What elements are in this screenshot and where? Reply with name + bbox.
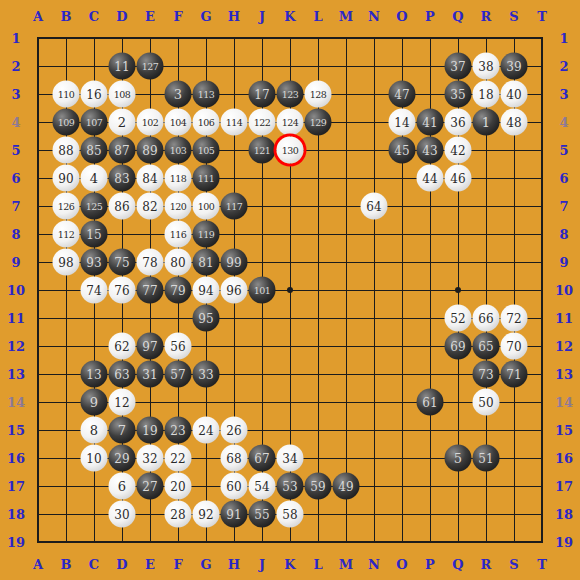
stone-E6[interactable]: 84 bbox=[137, 165, 164, 192]
stone-move-number: 72 bbox=[506, 312, 521, 324]
stone-O4[interactable]: 14 bbox=[389, 109, 416, 136]
stone-move-number: 93 bbox=[86, 256, 101, 268]
stone-D13[interactable]: 63 bbox=[109, 361, 136, 388]
stone-G15[interactable]: 24 bbox=[193, 417, 220, 444]
stone-move-number: 31 bbox=[142, 368, 157, 380]
stone-D7[interactable]: 86 bbox=[109, 193, 136, 220]
stone-C4[interactable]: 107 bbox=[81, 109, 108, 136]
stone-C13[interactable]: 13 bbox=[81, 361, 108, 388]
col-label-top-B: B bbox=[61, 9, 72, 24]
row-label-left-16: 16 bbox=[7, 451, 25, 466]
row-label-right-6: 6 bbox=[559, 171, 568, 186]
stone-G10[interactable]: 94 bbox=[193, 277, 220, 304]
stone-move-number: 95 bbox=[198, 312, 213, 324]
stone-move-number: 58 bbox=[282, 508, 297, 520]
stone-move-number: 26 bbox=[226, 424, 241, 436]
stone-R3[interactable]: 18 bbox=[473, 81, 500, 108]
stone-move-number: 126 bbox=[58, 201, 75, 211]
col-label-top-E: E bbox=[145, 9, 155, 24]
stone-move-number: 20 bbox=[170, 480, 185, 492]
stone-D10[interactable]: 76 bbox=[109, 277, 136, 304]
stone-move-number: 88 bbox=[58, 144, 73, 156]
stone-move-number: 23 bbox=[170, 424, 185, 436]
stone-move-number: 123 bbox=[282, 89, 299, 99]
stone-move-number: 7 bbox=[118, 424, 126, 437]
stone-move-number: 124 bbox=[282, 117, 299, 127]
row-label-left-15: 15 bbox=[7, 423, 25, 438]
row-label-left-19: 19 bbox=[7, 535, 25, 550]
row-label-left-18: 18 bbox=[7, 507, 25, 522]
stone-K5[interactable]: 130 bbox=[277, 137, 304, 164]
stone-move-number: 101 bbox=[254, 285, 271, 295]
stone-H15[interactable]: 26 bbox=[221, 417, 248, 444]
stone-move-number: 112 bbox=[58, 229, 75, 239]
stone-move-number: 96 bbox=[226, 284, 241, 296]
row-label-right-3: 3 bbox=[559, 87, 568, 102]
stone-F6[interactable]: 118 bbox=[165, 165, 192, 192]
stone-Q4[interactable]: 36 bbox=[445, 109, 472, 136]
stone-move-number: 86 bbox=[114, 200, 129, 212]
stone-O5[interactable]: 45 bbox=[389, 137, 416, 164]
stone-move-number: 117 bbox=[226, 201, 243, 211]
stone-E4[interactable]: 102 bbox=[137, 109, 164, 136]
stone-move-number: 66 bbox=[478, 312, 493, 324]
stone-B7[interactable]: 126 bbox=[53, 193, 80, 220]
col-label-top-J: J bbox=[259, 9, 265, 24]
stone-H9[interactable]: 99 bbox=[221, 249, 248, 276]
col-label-top-K: K bbox=[284, 9, 295, 24]
stone-F10[interactable]: 79 bbox=[165, 277, 192, 304]
stone-G8[interactable]: 119 bbox=[193, 221, 220, 248]
stone-D16[interactable]: 29 bbox=[109, 445, 136, 472]
stone-move-number: 113 bbox=[198, 89, 215, 99]
stone-move-number: 116 bbox=[170, 229, 187, 239]
col-label-bottom-J: J bbox=[259, 557, 265, 572]
stone-move-number: 67 bbox=[254, 452, 269, 464]
stone-G3[interactable]: 113 bbox=[193, 81, 220, 108]
stone-D5[interactable]: 87 bbox=[109, 137, 136, 164]
row-label-right-5: 5 bbox=[559, 143, 568, 158]
stone-B3[interactable]: 110 bbox=[53, 81, 80, 108]
stone-move-number: 4 bbox=[90, 172, 98, 185]
stone-F12[interactable]: 56 bbox=[165, 333, 192, 360]
col-label-top-L: L bbox=[313, 9, 322, 24]
stone-move-number: 40 bbox=[506, 88, 521, 100]
stone-move-number: 5 bbox=[454, 452, 462, 465]
row-label-right-19: 19 bbox=[555, 535, 573, 550]
row-label-left-17: 17 bbox=[7, 479, 25, 494]
stone-N7[interactable]: 64 bbox=[361, 193, 388, 220]
stone-move-number: 105 bbox=[198, 145, 215, 155]
row-label-right-1: 1 bbox=[559, 31, 568, 46]
grid-line-vertical bbox=[374, 37, 375, 543]
stone-S11[interactable]: 72 bbox=[501, 305, 528, 332]
stone-D9[interactable]: 75 bbox=[109, 249, 136, 276]
stone-R4[interactable]: 1 bbox=[473, 109, 500, 136]
stone-move-number: 76 bbox=[114, 284, 129, 296]
col-label-bottom-F: F bbox=[173, 557, 182, 572]
stone-K4[interactable]: 124 bbox=[277, 109, 304, 136]
stone-F15[interactable]: 23 bbox=[165, 417, 192, 444]
stone-move-number: 14 bbox=[394, 116, 409, 128]
stone-J5[interactable]: 121 bbox=[249, 137, 276, 164]
stone-move-number: 37 bbox=[450, 60, 465, 72]
stone-move-number: 45 bbox=[394, 144, 409, 156]
stone-move-number: 64 bbox=[366, 200, 381, 212]
stone-move-number: 108 bbox=[114, 89, 131, 99]
col-label-bottom-H: H bbox=[228, 557, 240, 572]
stone-P4[interactable]: 41 bbox=[417, 109, 444, 136]
stone-D18[interactable]: 30 bbox=[109, 501, 136, 528]
stone-G9[interactable]: 81 bbox=[193, 249, 220, 276]
stone-move-number: 41 bbox=[422, 116, 437, 128]
stone-move-number: 104 bbox=[170, 117, 187, 127]
stone-F4[interactable]: 104 bbox=[165, 109, 192, 136]
stone-F5[interactable]: 103 bbox=[165, 137, 192, 164]
stone-C7[interactable]: 125 bbox=[81, 193, 108, 220]
stone-move-number: 24 bbox=[198, 424, 213, 436]
stone-move-number: 99 bbox=[226, 256, 241, 268]
stone-G13[interactable]: 33 bbox=[193, 361, 220, 388]
stone-move-number: 53 bbox=[282, 480, 297, 492]
stone-move-number: 89 bbox=[142, 144, 157, 156]
row-label-right-13: 13 bbox=[555, 367, 573, 382]
stone-S3[interactable]: 40 bbox=[501, 81, 528, 108]
stone-L17[interactable]: 59 bbox=[305, 473, 332, 500]
stone-P6[interactable]: 44 bbox=[417, 165, 444, 192]
stone-R11[interactable]: 66 bbox=[473, 305, 500, 332]
col-label-bottom-K: K bbox=[284, 557, 295, 572]
stone-H7[interactable]: 117 bbox=[221, 193, 248, 220]
stone-D3[interactable]: 108 bbox=[109, 81, 136, 108]
stone-move-number: 11 bbox=[114, 60, 129, 72]
stone-C3[interactable]: 16 bbox=[81, 81, 108, 108]
stone-D17[interactable]: 6 bbox=[109, 473, 136, 500]
stone-move-number: 106 bbox=[198, 117, 215, 127]
stone-move-number: 92 bbox=[198, 508, 213, 520]
stone-move-number: 103 bbox=[170, 145, 187, 155]
stone-move-number: 35 bbox=[450, 88, 465, 100]
stone-G6[interactable]: 111 bbox=[193, 165, 220, 192]
stone-E12[interactable]: 97 bbox=[137, 333, 164, 360]
stone-move-number: 36 bbox=[450, 116, 465, 128]
stone-K18[interactable]: 58 bbox=[277, 501, 304, 528]
stone-move-number: 111 bbox=[198, 173, 215, 183]
stone-C5[interactable]: 85 bbox=[81, 137, 108, 164]
col-label-top-G: G bbox=[200, 9, 211, 24]
stone-move-number: 109 bbox=[58, 117, 75, 127]
stone-move-number: 91 bbox=[226, 508, 241, 520]
row-label-left-11: 11 bbox=[7, 311, 25, 326]
row-label-right-12: 12 bbox=[555, 339, 573, 354]
stone-J4[interactable]: 122 bbox=[249, 109, 276, 136]
stone-F18[interactable]: 28 bbox=[165, 501, 192, 528]
stone-H16[interactable]: 68 bbox=[221, 445, 248, 472]
row-label-left-1: 1 bbox=[11, 31, 20, 46]
stone-move-number: 60 bbox=[226, 480, 241, 492]
stone-C9[interactable]: 93 bbox=[81, 249, 108, 276]
col-label-bottom-S: S bbox=[509, 557, 518, 572]
row-label-left-4: 4 bbox=[11, 115, 20, 130]
stone-H4[interactable]: 114 bbox=[221, 109, 248, 136]
stone-move-number: 13 bbox=[86, 368, 101, 380]
stone-J3[interactable]: 17 bbox=[249, 81, 276, 108]
stone-move-number: 30 bbox=[114, 508, 129, 520]
col-label-bottom-R: R bbox=[481, 557, 492, 572]
col-label-top-F: F bbox=[173, 9, 182, 24]
stone-move-number: 98 bbox=[58, 256, 73, 268]
col-label-top-H: H bbox=[228, 9, 240, 24]
stone-move-number: 119 bbox=[198, 229, 215, 239]
stone-move-number: 127 bbox=[142, 61, 159, 71]
stone-B5[interactable]: 88 bbox=[53, 137, 80, 164]
stone-E13[interactable]: 31 bbox=[137, 361, 164, 388]
stone-move-number: 120 bbox=[170, 201, 187, 211]
stone-move-number: 42 bbox=[450, 144, 465, 156]
stone-J18[interactable]: 55 bbox=[249, 501, 276, 528]
stone-Q16[interactable]: 5 bbox=[445, 445, 472, 472]
stone-move-number: 10 bbox=[86, 452, 101, 464]
col-label-bottom-G: G bbox=[200, 557, 211, 572]
row-label-right-8: 8 bbox=[559, 227, 568, 242]
row-label-right-10: 10 bbox=[555, 283, 573, 298]
stone-move-number: 32 bbox=[142, 452, 157, 464]
row-label-left-12: 12 bbox=[7, 339, 25, 354]
stone-move-number: 54 bbox=[254, 480, 269, 492]
grid-line-vertical bbox=[541, 37, 543, 543]
row-label-right-11: 11 bbox=[555, 311, 573, 326]
stone-F16[interactable]: 22 bbox=[165, 445, 192, 472]
col-label-top-R: R bbox=[481, 9, 492, 24]
stone-L4[interactable]: 129 bbox=[305, 109, 332, 136]
stone-move-number: 8 bbox=[90, 424, 98, 437]
stone-S4[interactable]: 48 bbox=[501, 109, 528, 136]
stone-S13[interactable]: 71 bbox=[501, 361, 528, 388]
stone-move-number: 87 bbox=[114, 144, 129, 156]
stone-D4[interactable]: 2 bbox=[109, 109, 136, 136]
stone-move-number: 17 bbox=[254, 88, 269, 100]
stone-move-number: 130 bbox=[282, 145, 299, 155]
stone-S2[interactable]: 39 bbox=[501, 53, 528, 80]
stone-Q11[interactable]: 52 bbox=[445, 305, 472, 332]
row-label-left-3: 3 bbox=[11, 87, 20, 102]
stone-B8[interactable]: 112 bbox=[53, 221, 80, 248]
stone-move-number: 2 bbox=[118, 116, 126, 129]
stone-D6[interactable]: 83 bbox=[109, 165, 136, 192]
row-label-left-8: 8 bbox=[11, 227, 20, 242]
stone-move-number: 33 bbox=[198, 368, 213, 380]
stone-move-number: 85 bbox=[86, 144, 101, 156]
go-board: AABBCCDDEEFFGGHHJJKKLLMMNNOOPPQQRRSSTT11… bbox=[0, 0, 580, 580]
stone-move-number: 59 bbox=[310, 480, 325, 492]
col-label-bottom-M: M bbox=[339, 557, 353, 572]
row-label-left-10: 10 bbox=[7, 283, 25, 298]
stone-Q5[interactable]: 42 bbox=[445, 137, 472, 164]
stone-move-number: 29 bbox=[114, 452, 129, 464]
col-label-bottom-Q: Q bbox=[452, 557, 463, 572]
row-label-right-16: 16 bbox=[555, 451, 573, 466]
row-label-right-15: 15 bbox=[555, 423, 573, 438]
stone-K16[interactable]: 34 bbox=[277, 445, 304, 472]
stone-move-number: 90 bbox=[58, 172, 73, 184]
stone-E9[interactable]: 78 bbox=[137, 249, 164, 276]
stone-D14[interactable]: 12 bbox=[109, 389, 136, 416]
stone-G4[interactable]: 106 bbox=[193, 109, 220, 136]
stone-move-number: 1 bbox=[482, 116, 490, 129]
stone-L3[interactable]: 128 bbox=[305, 81, 332, 108]
stone-Q12[interactable]: 69 bbox=[445, 333, 472, 360]
stone-R13[interactable]: 73 bbox=[473, 361, 500, 388]
col-label-bottom-O: O bbox=[396, 557, 407, 572]
stone-C14[interactable]: 9 bbox=[81, 389, 108, 416]
stone-move-number: 16 bbox=[86, 88, 101, 100]
stone-K17[interactable]: 53 bbox=[277, 473, 304, 500]
stone-R2[interactable]: 38 bbox=[473, 53, 500, 80]
stone-D15[interactable]: 7 bbox=[109, 417, 136, 444]
stone-move-number: 122 bbox=[254, 117, 271, 127]
col-label-bottom-T: T bbox=[537, 557, 547, 572]
row-label-right-18: 18 bbox=[555, 507, 573, 522]
col-label-bottom-B: B bbox=[61, 557, 72, 572]
stone-F9[interactable]: 80 bbox=[165, 249, 192, 276]
col-label-top-T: T bbox=[537, 9, 547, 24]
stone-move-number: 3 bbox=[174, 88, 182, 101]
col-label-top-D: D bbox=[116, 9, 127, 24]
col-label-bottom-E: E bbox=[145, 557, 155, 572]
stone-C6[interactable]: 4 bbox=[81, 165, 108, 192]
stone-move-number: 73 bbox=[478, 368, 493, 380]
stone-G18[interactable]: 92 bbox=[193, 501, 220, 528]
stone-C8[interactable]: 15 bbox=[81, 221, 108, 248]
stone-move-number: 80 bbox=[170, 256, 185, 268]
stone-F3[interactable]: 3 bbox=[165, 81, 192, 108]
stone-Q6[interactable]: 46 bbox=[445, 165, 472, 192]
stone-move-number: 56 bbox=[170, 340, 185, 352]
col-label-bottom-L: L bbox=[313, 557, 322, 572]
stone-C15[interactable]: 8 bbox=[81, 417, 108, 444]
stone-F17[interactable]: 20 bbox=[165, 473, 192, 500]
stone-move-number: 118 bbox=[170, 173, 187, 183]
grid-line-horizontal bbox=[37, 541, 543, 543]
stone-move-number: 69 bbox=[450, 340, 465, 352]
row-label-right-17: 17 bbox=[555, 479, 573, 494]
row-label-left-9: 9 bbox=[11, 255, 20, 270]
stone-R14[interactable]: 50 bbox=[473, 389, 500, 416]
stone-K3[interactable]: 123 bbox=[277, 81, 304, 108]
stone-move-number: 129 bbox=[310, 117, 327, 127]
row-label-right-9: 9 bbox=[559, 255, 568, 270]
stone-move-number: 102 bbox=[142, 117, 159, 127]
stone-H18[interactable]: 91 bbox=[221, 501, 248, 528]
stone-R12[interactable]: 65 bbox=[473, 333, 500, 360]
stone-E17[interactable]: 27 bbox=[137, 473, 164, 500]
stone-P14[interactable]: 61 bbox=[417, 389, 444, 416]
stone-D12[interactable]: 62 bbox=[109, 333, 136, 360]
stone-Q2[interactable]: 37 bbox=[445, 53, 472, 80]
row-label-right-7: 7 bbox=[559, 199, 568, 214]
stone-C16[interactable]: 10 bbox=[81, 445, 108, 472]
stone-E16[interactable]: 32 bbox=[137, 445, 164, 472]
stone-G11[interactable]: 95 bbox=[193, 305, 220, 332]
stone-move-number: 12 bbox=[114, 396, 129, 408]
stone-move-number: 75 bbox=[114, 256, 129, 268]
stone-J10[interactable]: 101 bbox=[249, 277, 276, 304]
stone-move-number: 34 bbox=[282, 452, 297, 464]
col-label-top-S: S bbox=[509, 9, 518, 24]
stone-B6[interactable]: 90 bbox=[53, 165, 80, 192]
row-label-left-6: 6 bbox=[11, 171, 20, 186]
stone-move-number: 9 bbox=[90, 396, 98, 409]
stone-move-number: 47 bbox=[394, 88, 409, 100]
stone-B4[interactable]: 109 bbox=[53, 109, 80, 136]
stone-R16[interactable]: 51 bbox=[473, 445, 500, 472]
col-label-bottom-C: C bbox=[89, 557, 99, 572]
stone-O3[interactable]: 47 bbox=[389, 81, 416, 108]
col-label-bottom-D: D bbox=[116, 557, 127, 572]
stone-S12[interactable]: 70 bbox=[501, 333, 528, 360]
stone-C10[interactable]: 74 bbox=[81, 277, 108, 304]
grid-line-vertical bbox=[346, 37, 347, 543]
stone-E2[interactable]: 127 bbox=[137, 53, 164, 80]
stone-E5[interactable]: 89 bbox=[137, 137, 164, 164]
stone-move-number: 81 bbox=[198, 256, 213, 268]
stone-move-number: 125 bbox=[86, 201, 103, 211]
stone-move-number: 114 bbox=[226, 117, 243, 127]
stone-move-number: 74 bbox=[86, 284, 101, 296]
stone-E10[interactable]: 77 bbox=[137, 277, 164, 304]
stone-J16[interactable]: 67 bbox=[249, 445, 276, 472]
stone-move-number: 22 bbox=[170, 452, 185, 464]
stone-move-number: 100 bbox=[198, 201, 215, 211]
stone-H17[interactable]: 60 bbox=[221, 473, 248, 500]
col-label-bottom-P: P bbox=[425, 557, 435, 572]
stone-move-number: 70 bbox=[506, 340, 521, 352]
row-label-right-4: 4 bbox=[559, 115, 568, 130]
stone-E7[interactable]: 82 bbox=[137, 193, 164, 220]
stone-G5[interactable]: 105 bbox=[193, 137, 220, 164]
stone-move-number: 65 bbox=[478, 340, 493, 352]
stone-D2[interactable]: 11 bbox=[109, 53, 136, 80]
stone-M17[interactable]: 49 bbox=[333, 473, 360, 500]
stone-move-number: 110 bbox=[58, 89, 75, 99]
stone-move-number: 57 bbox=[170, 368, 185, 380]
row-label-right-14: 14 bbox=[555, 395, 573, 410]
stone-move-number: 46 bbox=[450, 172, 465, 184]
stone-move-number: 39 bbox=[506, 60, 521, 72]
col-label-top-Q: Q bbox=[452, 9, 463, 24]
col-label-top-M: M bbox=[339, 9, 353, 24]
stone-move-number: 15 bbox=[86, 228, 101, 240]
stone-move-number: 48 bbox=[506, 116, 521, 128]
stone-G7[interactable]: 100 bbox=[193, 193, 220, 220]
stone-move-number: 62 bbox=[114, 340, 129, 352]
stone-move-number: 51 bbox=[478, 452, 493, 464]
stone-F8[interactable]: 116 bbox=[165, 221, 192, 248]
stone-H10[interactable]: 96 bbox=[221, 277, 248, 304]
stone-F13[interactable]: 57 bbox=[165, 361, 192, 388]
stone-F7[interactable]: 120 bbox=[165, 193, 192, 220]
stone-E15[interactable]: 19 bbox=[137, 417, 164, 444]
stone-P5[interactable]: 43 bbox=[417, 137, 444, 164]
stone-move-number: 71 bbox=[506, 368, 521, 380]
stone-B9[interactable]: 98 bbox=[53, 249, 80, 276]
stone-move-number: 77 bbox=[142, 284, 157, 296]
stone-J17[interactable]: 54 bbox=[249, 473, 276, 500]
stone-move-number: 78 bbox=[142, 256, 157, 268]
row-label-left-14: 14 bbox=[7, 395, 25, 410]
stone-Q3[interactable]: 35 bbox=[445, 81, 472, 108]
stone-move-number: 94 bbox=[198, 284, 213, 296]
